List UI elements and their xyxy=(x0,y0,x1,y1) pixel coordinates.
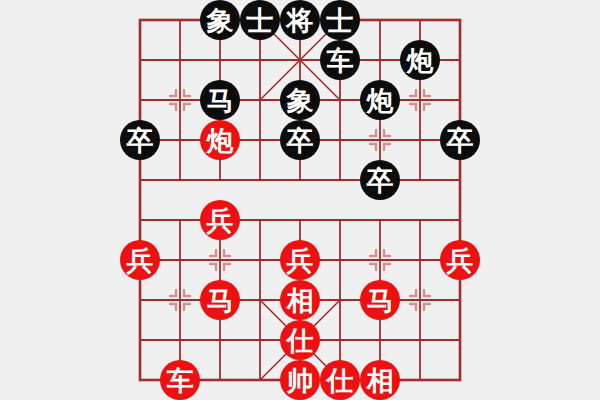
piece-red-chariot[interactable]: 车 xyxy=(160,360,200,400)
board-point-r5c3[interactable] xyxy=(240,200,280,240)
board-point-r2c4[interactable]: 象 xyxy=(280,80,320,120)
board-point-r9c2[interactable] xyxy=(200,360,240,400)
piece-black-cannon[interactable]: 炮 xyxy=(360,80,400,120)
piece-black-cannon[interactable]: 炮 xyxy=(400,40,440,80)
board-point-r6c5[interactable] xyxy=(320,240,360,280)
board-point-r1c3[interactable] xyxy=(240,40,280,80)
board-point-r7c3[interactable] xyxy=(240,280,280,320)
app-background: 象士将士车炮马象炮卒炮卒卒卒兵兵兵兵马相马仕车帅仕相 xyxy=(0,0,600,400)
piece-red-cannon[interactable]: 炮 xyxy=(200,120,240,160)
board-point-r8c4[interactable]: 仕 xyxy=(280,320,320,360)
board-point-r8c3[interactable] xyxy=(240,320,280,360)
board-point-r4c5[interactable] xyxy=(320,160,360,200)
piece-black-soldier[interactable]: 卒 xyxy=(120,120,160,160)
board-point-r3c8[interactable]: 卒 xyxy=(440,120,480,160)
piece-black-horse[interactable]: 马 xyxy=(200,80,240,120)
board-point-r0c3[interactable]: 士 xyxy=(240,0,280,40)
board-point-r8c7[interactable] xyxy=(400,320,440,360)
piece-black-general[interactable]: 将 xyxy=(280,0,320,40)
board-point-r6c8[interactable]: 兵 xyxy=(440,240,480,280)
board-point-r1c1[interactable] xyxy=(160,40,200,80)
board-point-r0c0[interactable] xyxy=(120,0,160,40)
board-point-r5c6[interactable] xyxy=(360,200,400,240)
board-point-r4c7[interactable] xyxy=(400,160,440,200)
board-point-r7c1[interactable] xyxy=(160,280,200,320)
board-point-r6c4[interactable]: 兵 xyxy=(280,240,320,280)
board-point-r5c4[interactable] xyxy=(280,200,320,240)
board-point-r2c6[interactable]: 炮 xyxy=(360,80,400,120)
piece-red-advisor[interactable]: 仕 xyxy=(320,360,360,400)
board-point-r1c8[interactable] xyxy=(440,40,480,80)
piece-black-elephant[interactable]: 象 xyxy=(200,0,240,40)
board-point-r9c8[interactable] xyxy=(440,360,480,400)
piece-red-horse[interactable]: 马 xyxy=(360,280,400,320)
piece-red-horse[interactable]: 马 xyxy=(200,280,240,320)
piece-red-soldier[interactable]: 兵 xyxy=(280,240,320,280)
board-point-r8c8[interactable] xyxy=(440,320,480,360)
board-point-r6c6[interactable] xyxy=(360,240,400,280)
board-point-r9c4[interactable]: 帅 xyxy=(280,360,320,400)
piece-black-elephant[interactable]: 象 xyxy=(280,80,320,120)
board-point-r7c5[interactable] xyxy=(320,280,360,320)
piece-black-chariot[interactable]: 车 xyxy=(320,40,360,80)
piece-black-advisor[interactable]: 士 xyxy=(240,0,280,40)
board-point-r5c7[interactable] xyxy=(400,200,440,240)
board-point-r0c5[interactable]: 士 xyxy=(320,0,360,40)
board-point-r4c2[interactable] xyxy=(200,160,240,200)
board-point-r3c4[interactable]: 卒 xyxy=(280,120,320,160)
board-point-r0c7[interactable] xyxy=(400,0,440,40)
board-point-r2c3[interactable] xyxy=(240,80,280,120)
board-point-r8c6[interactable] xyxy=(360,320,400,360)
board-point-r5c5[interactable] xyxy=(320,200,360,240)
piece-red-soldier[interactable]: 兵 xyxy=(120,240,160,280)
board-point-r6c1[interactable] xyxy=(160,240,200,280)
piece-red-advisor[interactable]: 仕 xyxy=(280,320,320,360)
board-point-r3c5[interactable] xyxy=(320,120,360,160)
board-point-r7c8[interactable] xyxy=(440,280,480,320)
board-point-r9c1[interactable]: 车 xyxy=(160,360,200,400)
board-point-r2c5[interactable] xyxy=(320,80,360,120)
piece-red-elephant[interactable]: 相 xyxy=(360,360,400,400)
board-point-r2c1[interactable] xyxy=(160,80,200,120)
board-point-r0c1[interactable] xyxy=(160,0,200,40)
board-point-r0c6[interactable] xyxy=(360,0,400,40)
board-point-r2c0[interactable] xyxy=(120,80,160,120)
board-point-r1c6[interactable] xyxy=(360,40,400,80)
piece-red-soldier[interactable]: 兵 xyxy=(440,240,480,280)
board-point-r7c4[interactable]: 相 xyxy=(280,280,320,320)
piece-red-elephant[interactable]: 相 xyxy=(280,280,320,320)
board-point-r3c2[interactable]: 炮 xyxy=(200,120,240,160)
board-point-r2c7[interactable] xyxy=(400,80,440,120)
board-point-r2c8[interactable] xyxy=(440,80,480,120)
board-point-r3c0[interactable]: 卒 xyxy=(120,120,160,160)
piece-red-general[interactable]: 帅 xyxy=(280,360,320,400)
board-point-r3c3[interactable] xyxy=(240,120,280,160)
board-point-r4c4[interactable] xyxy=(280,160,320,200)
board-point-r6c7[interactable] xyxy=(400,240,440,280)
board-point-r8c1[interactable] xyxy=(160,320,200,360)
board-point-r4c1[interactable] xyxy=(160,160,200,200)
board-point-r9c6[interactable]: 相 xyxy=(360,360,400,400)
board-point-r0c4[interactable]: 将 xyxy=(280,0,320,40)
board-point-r9c0[interactable] xyxy=(120,360,160,400)
board-point-r1c0[interactable] xyxy=(120,40,160,80)
piece-black-soldier[interactable]: 卒 xyxy=(280,120,320,160)
board-point-r4c0[interactable] xyxy=(120,160,160,200)
board-point-r5c8[interactable] xyxy=(440,200,480,240)
board-point-r4c8[interactable] xyxy=(440,160,480,200)
board-point-r2c2[interactable]: 马 xyxy=(200,80,240,120)
xiangqi-board: 象士将士车炮马象炮卒炮卒卒卒兵兵兵兵马相马仕车帅仕相 xyxy=(120,0,480,400)
board-point-r9c5[interactable]: 仕 xyxy=(320,360,360,400)
board-point-r8c5[interactable] xyxy=(320,320,360,360)
board-point-r5c1[interactable] xyxy=(160,200,200,240)
board-point-r4c6[interactable]: 卒 xyxy=(360,160,400,200)
board-point-r6c0[interactable]: 兵 xyxy=(120,240,160,280)
piece-red-soldier[interactable]: 兵 xyxy=(200,200,240,240)
board-point-r7c6[interactable]: 马 xyxy=(360,280,400,320)
board-point-r5c0[interactable] xyxy=(120,200,160,240)
board-point-r7c7[interactable] xyxy=(400,280,440,320)
board-point-r3c6[interactable] xyxy=(360,120,400,160)
board-point-r3c7[interactable] xyxy=(400,120,440,160)
board-point-r0c8[interactable] xyxy=(440,0,480,40)
piece-black-soldier[interactable]: 卒 xyxy=(360,160,400,200)
board-point-r5c2[interactable]: 兵 xyxy=(200,200,240,240)
board-point-r0c2[interactable]: 象 xyxy=(200,0,240,40)
board-point-r3c1[interactable] xyxy=(160,120,200,160)
board-point-r9c3[interactable] xyxy=(240,360,280,400)
board-point-r9c7[interactable] xyxy=(400,360,440,400)
board-point-r8c2[interactable] xyxy=(200,320,240,360)
piece-black-soldier[interactable]: 卒 xyxy=(440,120,480,160)
board-point-r1c2[interactable] xyxy=(200,40,240,80)
board-point-r4c3[interactable] xyxy=(240,160,280,200)
board-point-r7c2[interactable]: 马 xyxy=(200,280,240,320)
board-point-r1c5[interactable]: 车 xyxy=(320,40,360,80)
board-point-r1c4[interactable] xyxy=(280,40,320,80)
board-point-r6c3[interactable] xyxy=(240,240,280,280)
piece-black-advisor[interactable]: 士 xyxy=(320,0,360,40)
board-point-r7c0[interactable] xyxy=(120,280,160,320)
board-point-r8c0[interactable] xyxy=(120,320,160,360)
board-point-r6c2[interactable] xyxy=(200,240,240,280)
board-point-r1c7[interactable]: 炮 xyxy=(400,40,440,80)
